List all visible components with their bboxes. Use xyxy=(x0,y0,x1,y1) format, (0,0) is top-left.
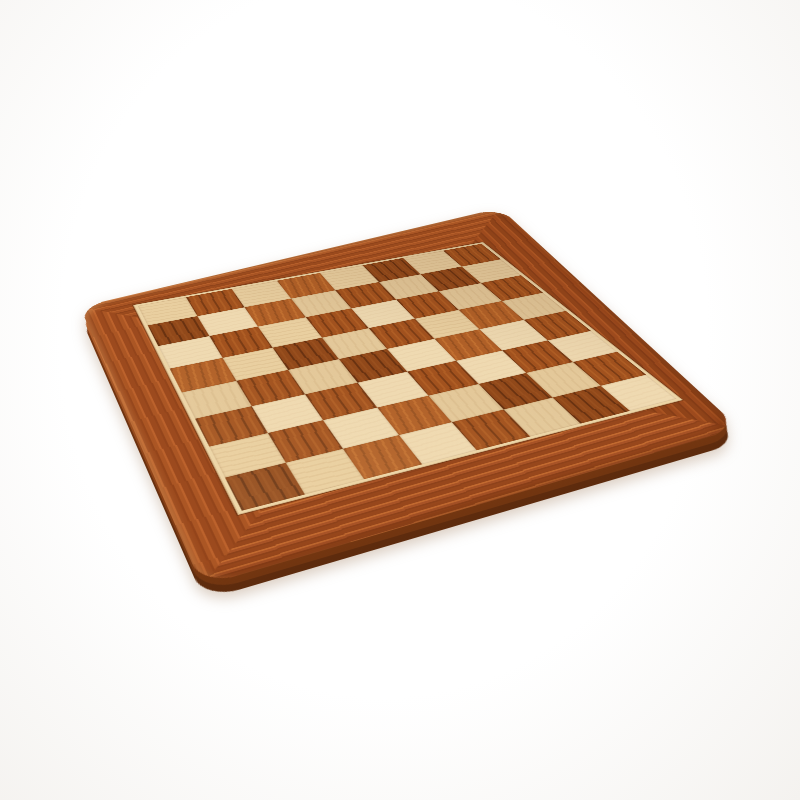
photo-background xyxy=(0,0,800,800)
chessboard xyxy=(0,0,800,800)
